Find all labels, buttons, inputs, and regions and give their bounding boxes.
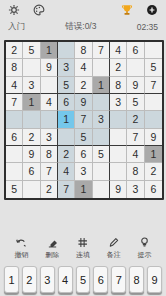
cell-r7c2[interactable]: 9 [23,146,40,163]
pencil-icon [107,236,120,249]
numpad-key-5[interactable]: 5 [76,266,91,293]
cell-r5c7[interactable] [110,111,127,128]
cell-r8c5[interactable]: 3 [75,163,92,180]
cell-r2c1[interactable]: 8 [6,59,23,76]
cell-r6c8[interactable]: 7 [127,129,144,146]
cell-r4c8[interactable]: 5 [127,94,144,111]
numpad-key-6[interactable]: 6 [93,266,108,293]
cell-r5c2[interactable] [23,111,40,128]
hint-label: 提示 [138,250,152,260]
cell-r8c2[interactable]: 6 [23,163,40,180]
sudoku-board: 2518746893425435218977146935173262357998… [4,40,164,200]
cell-r4c5[interactable]: 9 [75,94,92,111]
cell-r2c8[interactable] [127,59,144,76]
plus-icon[interactable] [146,4,158,16]
cell-r8c3[interactable]: 7 [41,163,58,180]
cell-r3c7[interactable]: 8 [110,77,127,94]
cell-r3c2[interactable]: 3 [23,77,40,94]
cell-r6c1[interactable]: 6 [6,129,23,146]
undo-icon [15,236,28,249]
fill-button[interactable]: 连填 [70,236,96,260]
cell-r7c4[interactable]: 2 [58,146,75,163]
numpad-key-3[interactable]: 3 [40,266,55,293]
theme-palette-icon[interactable] [33,4,45,16]
cell-r9c5[interactable]: 1 [75,181,92,198]
top-bar [0,0,166,19]
cell-r2c3[interactable]: 9 [41,59,58,76]
fill-label: 连填 [76,250,90,260]
cell-r6c3[interactable]: 3 [41,129,58,146]
cell-r5c8[interactable]: 2 [127,111,144,128]
cell-r4c1[interactable]: 7 [6,94,23,111]
cell-r7c3[interactable]: 8 [41,146,58,163]
cell-r6c5[interactable]: 5 [75,129,92,146]
board-wrap: 2518746893425435218977146935173262357998… [0,40,166,200]
numpad-key-2[interactable]: 2 [22,266,37,293]
numpad-key-9[interactable]: 9 [147,266,162,293]
eraser-icon [46,236,59,249]
difficulty-label: 入门 [8,21,25,33]
cell-r2c5[interactable]: 4 [75,59,92,76]
cell-r3c5[interactable]: 2 [75,77,92,94]
cell-r4c7[interactable]: 3 [110,94,127,111]
cell-r6c4[interactable] [58,129,75,146]
erase-label: 删除 [45,250,59,260]
numpad-key-7[interactable]: 7 [111,266,126,293]
cell-r4c2[interactable]: 1 [23,94,40,111]
cell-r1c1[interactable]: 2 [6,42,23,59]
note-button[interactable]: 备注 [101,236,127,260]
cell-r8c4[interactable]: 4 [58,163,75,180]
top-left-icons [8,4,45,16]
cell-r8c6[interactable] [93,163,110,180]
cell-r6c2[interactable]: 2 [23,129,40,146]
trophy-icon[interactable] [121,4,133,16]
numpad-key-1[interactable]: 1 [4,266,19,293]
cell-r1c2[interactable]: 5 [23,42,40,59]
note-label: 备注 [107,250,121,260]
cell-r8c7[interactable] [110,163,127,180]
cell-r3c8[interactable]: 9 [127,77,144,94]
numpad-key-8[interactable]: 8 [129,266,144,293]
cell-r2c9[interactable]: 5 [145,59,162,76]
cell-r2c6[interactable] [93,59,110,76]
cell-r4c3[interactable]: 4 [41,94,58,111]
toolbar: 撤销 删除 连填 备注 提示 [0,236,166,260]
cell-r8c1[interactable] [6,163,23,180]
cell-r5c4[interactable]: 1 [58,111,75,128]
cell-r9c1[interactable]: 5 [6,181,23,198]
cell-r1c6[interactable]: 7 [93,42,110,59]
numpad-key-4[interactable]: 4 [58,266,73,293]
cell-r8c8[interactable]: 8 [127,163,144,180]
cell-r3c9[interactable]: 7 [145,77,162,94]
cell-r2c2[interactable] [23,59,40,76]
cell-r8c9[interactable]: 2 [145,163,162,180]
cell-r5c6[interactable]: 3 [93,111,110,128]
erase-button[interactable]: 删除 [39,236,65,260]
cell-r6c7[interactable] [110,129,127,146]
cell-r4c4[interactable]: 6 [58,94,75,111]
number-pad: 1 2 3 4 5 6 7 8 9 [0,266,166,293]
cell-r1c5[interactable]: 8 [75,42,92,59]
errors-counter: 错误:0/3 [65,21,96,33]
undo-label: 撤销 [14,250,28,260]
cell-r1c8[interactable]: 6 [127,42,144,59]
cell-r5c1[interactable] [6,111,23,128]
cell-r7c5[interactable]: 6 [75,146,92,163]
sudoku-app: { "game": "sudoku", "position": "251.874… [0,0,166,296]
cell-r1c4[interactable] [58,42,75,59]
cell-r3c6[interactable]: 1 [93,77,110,94]
status-row: 入门 错误:0/3 02:35 [0,19,166,33]
cell-r7c8[interactable]: 4 [127,146,144,163]
cell-r1c9[interactable] [145,42,162,59]
cell-r5c9[interactable] [145,111,162,128]
cell-r7c6[interactable]: 5 [93,146,110,163]
number-fill-icon [76,236,89,249]
undo-button[interactable]: 撤销 [8,236,34,260]
cell-r4c9[interactable] [145,94,162,111]
cell-r1c7[interactable]: 4 [110,42,127,59]
cell-r9c6[interactable] [93,181,110,198]
hint-button[interactable]: 提示 [132,236,158,260]
cell-r2c7[interactable]: 2 [110,59,127,76]
cell-r9c4[interactable]: 7 [58,181,75,198]
cell-r3c1[interactable]: 4 [6,77,23,94]
cell-r7c1[interactable] [6,146,23,163]
cell-r7c7[interactable] [110,146,127,163]
timer: 02:35 [137,22,158,32]
cell-r4c6[interactable] [93,94,110,111]
lightbulb-icon [138,236,151,249]
cell-r9c3[interactable]: 2 [41,181,58,198]
cell-r9c2[interactable] [23,181,40,198]
cell-r5c3[interactable] [41,111,58,128]
cell-r2c4[interactable]: 3 [58,59,75,76]
cell-r9c7[interactable]: 9 [110,181,127,198]
cell-r9c8[interactable]: 3 [127,181,144,198]
settings-gear-icon[interactable] [8,4,20,16]
cell-r5c5[interactable]: 7 [75,111,92,128]
top-right-icons [121,4,158,16]
cell-r3c4[interactable]: 5 [58,77,75,94]
cell-r6c9[interactable]: 9 [145,129,162,146]
cell-r6c6[interactable] [93,129,110,146]
cell-r7c9[interactable]: 1 [145,146,162,163]
cell-r1c3[interactable]: 1 [41,42,58,59]
cell-r3c3[interactable] [41,77,58,94]
cell-r9c9[interactable]: 6 [145,181,162,198]
